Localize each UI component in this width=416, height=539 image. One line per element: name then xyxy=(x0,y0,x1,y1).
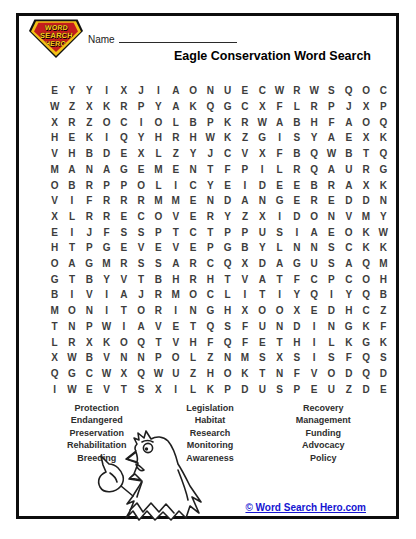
grid-cell: B xyxy=(375,287,392,303)
grid-cell: W xyxy=(63,381,80,397)
grid-cell: R xyxy=(288,161,305,177)
grid-cell: O xyxy=(132,177,149,193)
grid-cell: Q xyxy=(305,287,322,303)
grid-cell: X xyxy=(81,334,98,350)
grid-cell: L xyxy=(219,287,236,303)
grid-cell: D xyxy=(288,209,305,225)
grid-cell: A xyxy=(167,83,184,99)
grid-cell: S xyxy=(375,350,392,366)
grid-cell: O xyxy=(219,366,236,382)
name-blank-line xyxy=(119,31,237,43)
grid-cell: C xyxy=(254,83,271,99)
grid-cell: O xyxy=(305,209,322,225)
grid-cell: K xyxy=(219,130,236,146)
word-item: Policy xyxy=(267,452,380,464)
grid-cell: M xyxy=(375,256,392,272)
grid-cell: D xyxy=(323,303,340,319)
grid-cell: V xyxy=(167,240,184,256)
grid-cell: X xyxy=(150,381,167,397)
grid-cell: T xyxy=(132,271,149,287)
grid-cell: H xyxy=(202,366,219,382)
grid-cell: E xyxy=(323,224,340,240)
grid-cell: U xyxy=(254,381,271,397)
grid-cell: H xyxy=(46,240,63,256)
grid-cell: E xyxy=(184,193,201,209)
grid-cell: I xyxy=(167,381,184,397)
grid-cell: V xyxy=(81,287,98,303)
grid-cell: E xyxy=(271,177,288,193)
grid-cell: E xyxy=(150,240,167,256)
grid-cell: U xyxy=(254,224,271,240)
grid-cell: O xyxy=(46,177,63,193)
grid-cell: S xyxy=(323,240,340,256)
grid-cell: Y xyxy=(288,287,305,303)
grid-cell: E xyxy=(167,161,184,177)
grid-cell: S xyxy=(323,83,340,99)
grid-cell: B xyxy=(81,271,98,287)
grid-cell: J xyxy=(81,224,98,240)
word-item: Recovery xyxy=(267,402,380,414)
grid-cell: I xyxy=(46,381,63,397)
word-search-hero-logo: WORD SEARCH HERO xyxy=(29,17,83,58)
grid-cell: B xyxy=(288,114,305,130)
grid-cell: F xyxy=(340,350,357,366)
grid-cell: A xyxy=(340,114,357,130)
grid-cell: E xyxy=(288,177,305,193)
grid-cell: U xyxy=(254,318,271,334)
grid-cell: K xyxy=(340,334,357,350)
grid-cell: B xyxy=(236,240,253,256)
grid-cell: L xyxy=(323,334,340,350)
grid-cell: E xyxy=(81,381,98,397)
grid-cell: C xyxy=(115,114,132,130)
grid-cell: E xyxy=(46,83,63,99)
grid-cell: S xyxy=(219,318,236,334)
grid-cell: R xyxy=(98,209,115,225)
grid-cell: T xyxy=(357,146,374,162)
grid-cell: D xyxy=(236,381,253,397)
grid-cell: X xyxy=(46,114,63,130)
grid-cell: S xyxy=(132,381,149,397)
grid-cell: H xyxy=(305,114,322,130)
grid-cell: Z xyxy=(375,303,392,319)
grid-cell: R xyxy=(132,193,149,209)
grid-cell: I xyxy=(150,83,167,99)
grid-cell: A xyxy=(323,130,340,146)
grid-cell: P xyxy=(98,177,115,193)
grid-cell: R xyxy=(115,99,132,115)
grid-cell: A xyxy=(340,256,357,272)
grid-cell: P xyxy=(150,224,167,240)
grid-cell: R xyxy=(184,256,201,272)
grid-cell: C xyxy=(219,146,236,162)
grid-cell: X xyxy=(357,99,374,115)
grid-cell: Q xyxy=(202,318,219,334)
grid-cell: F xyxy=(271,146,288,162)
grid-cell: Q xyxy=(219,334,236,350)
grid-cell: C xyxy=(340,271,357,287)
grid-cell: U xyxy=(219,83,236,99)
grid-cell: Y xyxy=(202,177,219,193)
grid-cell: W xyxy=(46,99,63,115)
grid-cell: F xyxy=(219,161,236,177)
grid-cell: X xyxy=(132,146,149,162)
grid-cell: S xyxy=(323,256,340,272)
grid-cell: V xyxy=(167,209,184,225)
grid-cell: N xyxy=(81,161,98,177)
grid-cell: N xyxy=(63,318,80,334)
grid-cell: B xyxy=(305,177,322,193)
grid-cell: A xyxy=(305,224,322,240)
word-item: Habitat xyxy=(153,414,266,426)
grid-cell: R xyxy=(323,177,340,193)
grid-cell: C xyxy=(340,240,357,256)
grid-cell: Q xyxy=(202,99,219,115)
grid-cell: P xyxy=(219,224,236,240)
grid-cell: E xyxy=(305,381,322,397)
grid-cell: V xyxy=(167,334,184,350)
grid-cell: V xyxy=(115,271,132,287)
grid-cell: D xyxy=(288,318,305,334)
grid-cell: C xyxy=(305,271,322,287)
grid-cell: G xyxy=(271,193,288,209)
grid-cell: V xyxy=(132,240,149,256)
grid-cell: W xyxy=(98,318,115,334)
grid-cell: X xyxy=(254,209,271,225)
grid-cell: O xyxy=(132,303,149,319)
grid-cell: I xyxy=(305,318,322,334)
grid-cell: K xyxy=(357,224,374,240)
grid-cell: Q xyxy=(305,161,322,177)
eagle-mascot-illustration xyxy=(90,426,210,528)
grid-cell: R xyxy=(202,209,219,225)
grid-cell: T xyxy=(184,318,201,334)
grid-cell: Z xyxy=(202,350,219,366)
grid-cell: G xyxy=(202,303,219,319)
grid-cell: X xyxy=(357,130,374,146)
grid-cell: H xyxy=(288,334,305,350)
grid-cell: Q xyxy=(115,130,132,146)
word-item: Advocacy xyxy=(267,439,380,451)
grid-cell: B xyxy=(81,146,98,162)
grid-cell: L xyxy=(288,99,305,115)
grid-cell: K xyxy=(375,334,392,350)
grid-cell: E xyxy=(375,381,392,397)
grid-cell: Q xyxy=(357,256,374,272)
grid-cell: V xyxy=(98,350,115,366)
grid-cell: T xyxy=(63,271,80,287)
grid-cell: D xyxy=(254,256,271,272)
grid-cell: F xyxy=(375,318,392,334)
grid-cell: V xyxy=(236,271,253,287)
grid-cell: V xyxy=(340,209,357,225)
grid-cell: Z xyxy=(340,381,357,397)
grid-cell: J xyxy=(340,99,357,115)
grid-cell: S xyxy=(254,350,271,366)
grid-cell: Q xyxy=(340,83,357,99)
grid-cell: A xyxy=(271,256,288,272)
grid-cell: F xyxy=(98,224,115,240)
grid-cell: R xyxy=(63,334,80,350)
grid-cell: B xyxy=(340,146,357,162)
grid-cell: F xyxy=(271,99,288,115)
grid-cell: I xyxy=(167,303,184,319)
grid-cell: F xyxy=(288,271,305,287)
grid-cell: H xyxy=(219,303,236,319)
grid-cell: D xyxy=(375,366,392,382)
grid-cell: R xyxy=(305,99,322,115)
grid-cell: Q xyxy=(375,114,392,130)
grid-cell: L xyxy=(150,146,167,162)
grid-cell: A xyxy=(63,256,80,272)
grid-cell: E xyxy=(46,224,63,240)
grid-cell: A xyxy=(98,161,115,177)
grid-cell: L xyxy=(184,350,201,366)
grid-cell: A xyxy=(115,287,132,303)
grid-cell: Y xyxy=(219,209,236,225)
grid-cell: R xyxy=(81,209,98,225)
grid-cell: N xyxy=(271,366,288,382)
grid-cell: P xyxy=(132,99,149,115)
grid-cell: A xyxy=(271,114,288,130)
word-item: Funding xyxy=(267,427,380,439)
grid-cell: T xyxy=(115,303,132,319)
grid-cell: T xyxy=(254,287,271,303)
grid-cell: Q xyxy=(375,146,392,162)
grid-cell: V xyxy=(150,318,167,334)
grid-cell: K xyxy=(236,366,253,382)
grid-cell: H xyxy=(63,146,80,162)
footer-link[interactable]: © Word Search Hero.com xyxy=(245,502,366,513)
grid-cell: M xyxy=(98,256,115,272)
grid-cell: B xyxy=(46,287,63,303)
grid-cell: H xyxy=(46,130,63,146)
grid-cell: N xyxy=(132,350,149,366)
grid-cell: Y xyxy=(81,83,98,99)
grid-cell: Y xyxy=(63,83,80,99)
grid-cell: Y xyxy=(305,130,322,146)
grid-cell: R xyxy=(288,83,305,99)
grid-cell: O xyxy=(63,303,80,319)
word-item: Endangered xyxy=(40,414,153,426)
grid-cell: G xyxy=(115,161,132,177)
grid-cell: O xyxy=(150,209,167,225)
grid-cell: V xyxy=(98,381,115,397)
word-list-column-3: RecoveryManagementFundingAdvocacyPolicy xyxy=(267,402,380,464)
grid-cell: T xyxy=(254,366,271,382)
grid-cell: S xyxy=(132,224,149,240)
grid-cell: W xyxy=(202,130,219,146)
grid-cell: R xyxy=(115,193,132,209)
grid-cell: K xyxy=(357,318,374,334)
grid-cell: S xyxy=(323,350,340,366)
grid-cell: R xyxy=(150,303,167,319)
grid-cell: E xyxy=(115,146,132,162)
grid-cell: G xyxy=(357,334,374,350)
grid-cell: N xyxy=(375,193,392,209)
grid-cell: N xyxy=(202,193,219,209)
grid-cell: E xyxy=(305,303,322,319)
grid-cell: O xyxy=(254,303,271,319)
grid-cell: N xyxy=(288,240,305,256)
grid-cell: X xyxy=(236,303,253,319)
grid-cell: P xyxy=(81,240,98,256)
grid-cell: J xyxy=(132,287,149,303)
grid-cell: I xyxy=(132,114,149,130)
grid-cell: D xyxy=(254,177,271,193)
grid-cell: T xyxy=(271,334,288,350)
grid-cell: L xyxy=(46,334,63,350)
grid-cell: E xyxy=(184,240,201,256)
grid-cell: H xyxy=(184,334,201,350)
grid-cell: O xyxy=(357,114,374,130)
grid-cell: E xyxy=(288,193,305,209)
grid-cell: Y xyxy=(150,99,167,115)
grid-cell: V xyxy=(236,146,253,162)
grid-cell: D xyxy=(340,193,357,209)
grid-cell: Y xyxy=(375,209,392,225)
grid-cell: E xyxy=(184,209,201,225)
grid-cell: Z xyxy=(81,114,98,130)
grid-cell: U xyxy=(305,256,322,272)
grid-cell: M xyxy=(167,193,184,209)
grid-cell: R xyxy=(98,193,115,209)
grid-cell: I xyxy=(236,287,253,303)
grid-cell: H xyxy=(375,271,392,287)
grid-cell: N xyxy=(184,161,201,177)
grid-cell: C xyxy=(202,287,219,303)
grid-cell: A xyxy=(236,193,253,209)
grid-cell: I xyxy=(63,193,80,209)
grid-cell: E xyxy=(254,334,271,350)
grid-cell: R xyxy=(305,193,322,209)
grid-cell: N xyxy=(219,350,236,366)
grid-cell: N xyxy=(81,303,98,319)
grid-cell: M xyxy=(46,161,63,177)
grid-cell: X xyxy=(81,99,98,115)
grid-cell: W xyxy=(254,114,271,130)
grid-cell: X xyxy=(46,350,63,366)
grid-cell: L xyxy=(63,209,80,225)
grid-cell: X xyxy=(254,99,271,115)
grid-cell: C xyxy=(184,177,201,193)
grid-cell: O xyxy=(357,271,374,287)
grid-cell: H xyxy=(202,271,219,287)
grid-cell: A xyxy=(323,161,340,177)
grid-cell: H xyxy=(340,303,357,319)
grid-cell: S xyxy=(288,350,305,366)
grid-cell: O xyxy=(46,256,63,272)
grid-cell: O xyxy=(98,114,115,130)
grid-cell: C xyxy=(184,224,201,240)
grid-cell: I xyxy=(98,287,115,303)
grid-cell: Q xyxy=(357,350,374,366)
grid-cell: K xyxy=(357,240,374,256)
grid-cell: W xyxy=(323,146,340,162)
grid-cell: S xyxy=(115,224,132,240)
grid-cell: X xyxy=(236,256,253,272)
grid-cell: G xyxy=(98,240,115,256)
grid-cell: F xyxy=(236,318,253,334)
grid-cell: A xyxy=(167,99,184,115)
grid-cell: I xyxy=(323,287,340,303)
grid-cell: B xyxy=(288,146,305,162)
grid-cell: K xyxy=(375,177,392,193)
grid-cell: S xyxy=(271,224,288,240)
grid-cell: V xyxy=(305,366,322,382)
grid-cell: T xyxy=(150,334,167,350)
grid-cell: P xyxy=(236,224,253,240)
grid-cell: S xyxy=(288,130,305,146)
grid-cell: I xyxy=(271,130,288,146)
grid-cell: B xyxy=(63,177,80,193)
grid-cell: O xyxy=(323,366,340,382)
grid-cell: W xyxy=(305,83,322,99)
grid-cell: G xyxy=(219,240,236,256)
grid-cell: D xyxy=(357,193,374,209)
grid-cell: G xyxy=(63,366,80,382)
grid-cell: I xyxy=(98,83,115,99)
grid-cell: R xyxy=(63,114,80,130)
grid-cell: R xyxy=(81,177,98,193)
grid-cell: M xyxy=(150,161,167,177)
grid-cell: C xyxy=(375,83,392,99)
grid-cell: E xyxy=(340,130,357,146)
grid-cell: E xyxy=(63,130,80,146)
word-search-grid: EYYIXJIAONUECWRWSQOCWZXKRPYAKQGCXFLRPJXP… xyxy=(46,83,392,397)
grid-cell: R xyxy=(236,114,253,130)
grid-cell: E xyxy=(115,240,132,256)
grid-cell: F xyxy=(81,193,98,209)
grid-cell: Q xyxy=(219,256,236,272)
grid-cell: I xyxy=(305,334,322,350)
grid-cell: Y xyxy=(132,130,149,146)
grid-cell: G xyxy=(254,130,271,146)
grid-cell: M xyxy=(236,350,253,366)
grid-cell: W xyxy=(150,366,167,382)
grid-cell: V xyxy=(46,146,63,162)
grid-cell: I xyxy=(271,287,288,303)
grid-cell: Q xyxy=(357,287,374,303)
grid-cell: Z xyxy=(167,146,184,162)
grid-cell: T xyxy=(115,381,132,397)
grid-cell: C xyxy=(81,366,98,382)
grid-cell: T xyxy=(63,240,80,256)
grid-cell: K xyxy=(98,334,115,350)
grid-cell: O xyxy=(184,83,201,99)
grid-cell: K xyxy=(98,99,115,115)
grid-cell: A xyxy=(63,161,80,177)
grid-cell: R xyxy=(150,287,167,303)
word-item: Management xyxy=(267,414,380,426)
grid-cell: I xyxy=(63,224,80,240)
grid-cell: U xyxy=(323,381,340,397)
grid-cell: F xyxy=(202,334,219,350)
grid-cell: P xyxy=(150,350,167,366)
grid-cell: K xyxy=(81,130,98,146)
grid-cell: K xyxy=(202,381,219,397)
grid-cell: Z xyxy=(184,366,201,382)
grid-cell: Z xyxy=(63,99,80,115)
grid-cell: X xyxy=(254,146,271,162)
grid-cell: K xyxy=(375,240,392,256)
grid-cell: O xyxy=(150,114,167,130)
grid-cell: I xyxy=(288,224,305,240)
name-label: Name xyxy=(88,34,115,45)
grid-cell: O xyxy=(357,83,374,99)
grid-cell: I xyxy=(115,318,132,334)
grid-cell: I xyxy=(254,161,271,177)
